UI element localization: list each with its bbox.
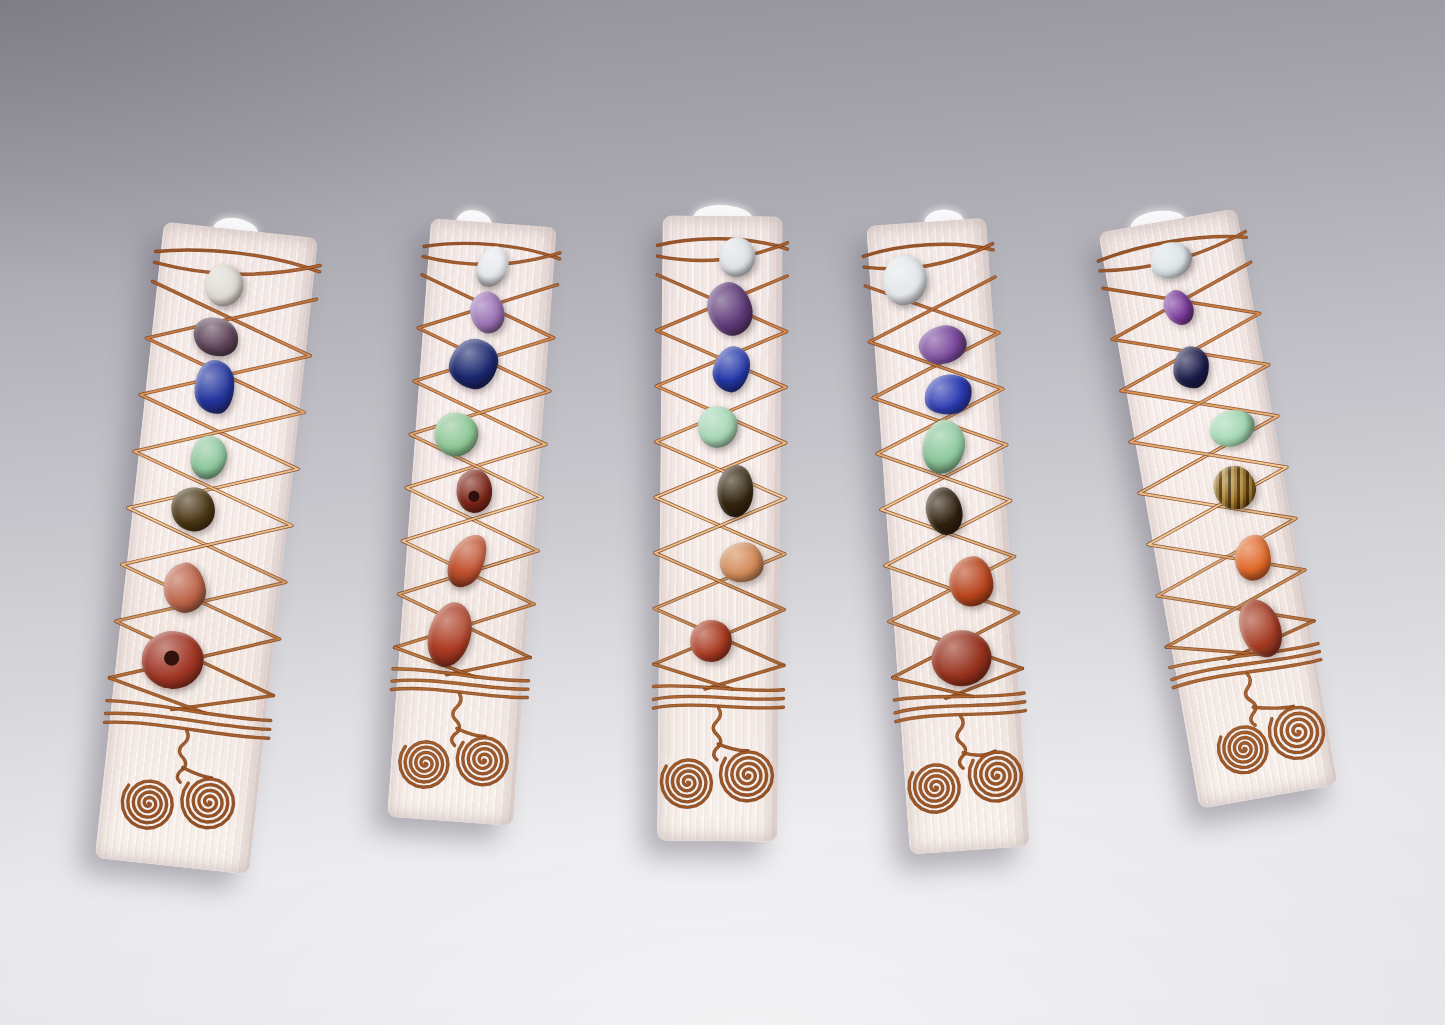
carnelian-stone [1235, 534, 1271, 580]
copper-spiral-right [179, 776, 236, 831]
copper-spiral-left [1215, 723, 1271, 776]
selenite-wand-5 [1098, 208, 1337, 808]
copper-wire-wrap [858, 217, 1038, 855]
copper-wire-wrap [1090, 206, 1345, 809]
selenite-wand-1 [94, 222, 317, 875]
copper-bottom-band [653, 685, 783, 709]
carnelian-stone [720, 542, 764, 582]
selenite-wand-3 [657, 215, 782, 841]
copper-spiral-right [720, 751, 772, 801]
copper-twisted-tail [176, 730, 216, 785]
photo-background: Overhead photo of five white selenite cr… [0, 0, 1445, 1025]
copper-spiral-right [968, 750, 1023, 803]
copper-bottom-band [1170, 640, 1321, 687]
copper-spiral-left [908, 763, 961, 814]
copper-spiral-right [455, 736, 508, 787]
copper-spiral-right [1266, 703, 1328, 762]
copper-top-wraps [863, 240, 994, 271]
selenite-wand-4 [866, 218, 1030, 855]
copper-zigzag-wires [1103, 262, 1318, 669]
copper-spiral-left [398, 740, 450, 789]
copper-spiral-left [119, 778, 174, 831]
copper-spiral-left [661, 759, 712, 807]
selenite-wand-2 [387, 218, 557, 826]
